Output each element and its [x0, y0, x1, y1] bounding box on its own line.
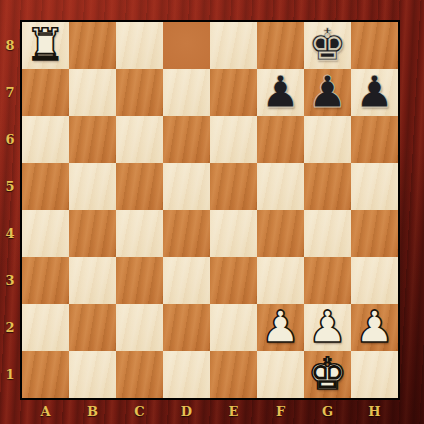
square-e6[interactable] [210, 116, 257, 163]
file-label-b: B [69, 400, 116, 422]
square-e4[interactable] [210, 210, 257, 257]
square-h3[interactable] [351, 257, 398, 304]
file-label-h: H [351, 400, 398, 422]
square-h2[interactable]: ♟ [351, 304, 398, 351]
file-label-f: F [257, 400, 304, 422]
square-a1[interactable] [22, 351, 69, 398]
white-pawn[interactable]: ♟ [261, 305, 300, 349]
square-e1[interactable] [210, 351, 257, 398]
square-b2[interactable] [69, 304, 116, 351]
white-king[interactable]: ♚ [308, 352, 347, 396]
file-label-c: C [116, 400, 163, 422]
black-pawn[interactable]: ♟ [308, 70, 347, 114]
square-g3[interactable] [304, 257, 351, 304]
square-f8[interactable] [257, 22, 304, 69]
square-a7[interactable] [22, 69, 69, 116]
square-g1[interactable]: ♚ [304, 351, 351, 398]
square-h1[interactable] [351, 351, 398, 398]
square-d1[interactable] [163, 351, 210, 398]
white-pawn[interactable]: ♟ [355, 305, 394, 349]
rank-label-7: 7 [0, 69, 20, 116]
rank-labels: 87654321 [0, 22, 20, 398]
square-b5[interactable] [69, 163, 116, 210]
square-c2[interactable] [116, 304, 163, 351]
square-b7[interactable] [69, 69, 116, 116]
square-a8[interactable]: ♜ [22, 22, 69, 69]
square-f3[interactable] [257, 257, 304, 304]
square-a2[interactable] [22, 304, 69, 351]
rank-label-6: 6 [0, 116, 20, 163]
square-f1[interactable] [257, 351, 304, 398]
square-g7[interactable]: ♟ [304, 69, 351, 116]
square-b1[interactable] [69, 351, 116, 398]
square-d8[interactable] [163, 22, 210, 69]
white-rook[interactable]: ♜ [26, 23, 65, 67]
rank-label-8: 8 [0, 22, 20, 69]
square-d7[interactable] [163, 69, 210, 116]
file-label-g: G [304, 400, 351, 422]
square-f6[interactable] [257, 116, 304, 163]
file-labels: ABCDEFGH [22, 400, 398, 422]
square-h5[interactable] [351, 163, 398, 210]
square-c4[interactable] [116, 210, 163, 257]
square-a6[interactable] [22, 116, 69, 163]
square-d4[interactable] [163, 210, 210, 257]
file-label-a: A [22, 400, 69, 422]
rank-label-5: 5 [0, 163, 20, 210]
black-pawn[interactable]: ♟ [261, 70, 300, 114]
square-e7[interactable] [210, 69, 257, 116]
square-e3[interactable] [210, 257, 257, 304]
square-g8[interactable]: ♚ [304, 22, 351, 69]
board: ♜♚♟♟♟♟♟♟♚ [20, 20, 400, 400]
square-g6[interactable] [304, 116, 351, 163]
square-e2[interactable] [210, 304, 257, 351]
square-g4[interactable] [304, 210, 351, 257]
file-label-e: E [210, 400, 257, 422]
square-c7[interactable] [116, 69, 163, 116]
square-h7[interactable]: ♟ [351, 69, 398, 116]
square-f5[interactable] [257, 163, 304, 210]
square-a5[interactable] [22, 163, 69, 210]
square-d5[interactable] [163, 163, 210, 210]
square-e8[interactable] [210, 22, 257, 69]
square-b4[interactable] [69, 210, 116, 257]
rank-label-4: 4 [0, 210, 20, 257]
square-h6[interactable] [351, 116, 398, 163]
black-pawn[interactable]: ♟ [355, 70, 394, 114]
square-g5[interactable] [304, 163, 351, 210]
square-c8[interactable] [116, 22, 163, 69]
square-b6[interactable] [69, 116, 116, 163]
rank-label-3: 3 [0, 257, 20, 304]
white-pawn[interactable]: ♟ [308, 305, 347, 349]
square-f2[interactable]: ♟ [257, 304, 304, 351]
square-a4[interactable] [22, 210, 69, 257]
rank-label-2: 2 [0, 304, 20, 351]
square-d2[interactable] [163, 304, 210, 351]
square-c3[interactable] [116, 257, 163, 304]
rank-label-1: 1 [0, 351, 20, 398]
square-c5[interactable] [116, 163, 163, 210]
square-d6[interactable] [163, 116, 210, 163]
square-h4[interactable] [351, 210, 398, 257]
square-d3[interactable] [163, 257, 210, 304]
square-a3[interactable] [22, 257, 69, 304]
black-king[interactable]: ♚ [308, 23, 347, 67]
square-b8[interactable] [69, 22, 116, 69]
square-c6[interactable] [116, 116, 163, 163]
square-b3[interactable] [69, 257, 116, 304]
square-f7[interactable]: ♟ [257, 69, 304, 116]
file-label-d: D [163, 400, 210, 422]
square-c1[interactable] [116, 351, 163, 398]
square-f4[interactable] [257, 210, 304, 257]
square-g2[interactable]: ♟ [304, 304, 351, 351]
square-e5[interactable] [210, 163, 257, 210]
square-h8[interactable] [351, 22, 398, 69]
